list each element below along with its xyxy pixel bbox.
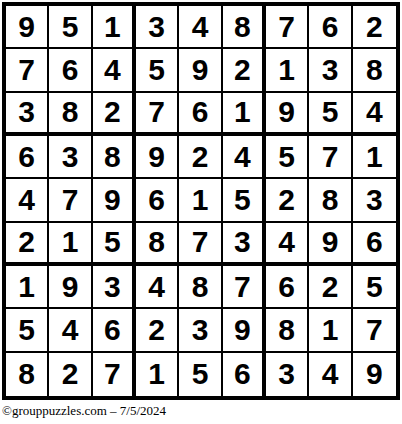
sudoku-cell-r3c6[interactable]: 1 [223,93,266,136]
sudoku-cell-r7c5[interactable]: 8 [179,266,222,309]
sudoku-cell-r4c5[interactable]: 2 [179,136,222,179]
sudoku-cell-r1c7[interactable]: 7 [266,6,309,49]
sudoku-cell-r9c4[interactable]: 1 [136,353,179,396]
sudoku-cell-r1c8[interactable]: 6 [309,6,352,49]
sudoku-cell-r2c6[interactable]: 2 [223,49,266,92]
sudoku-cell-r4c8[interactable]: 7 [309,136,352,179]
sudoku-board: 9513487627645921383827619546389245714796… [2,2,400,400]
sudoku-cell-r5c4[interactable]: 6 [136,179,179,222]
sudoku-cell-r4c9[interactable]: 1 [353,136,396,179]
sudoku-cell-r8c6[interactable]: 9 [223,309,266,352]
sudoku-cell-r9c2[interactable]: 2 [49,353,92,396]
sudoku-cell-r3c3[interactable]: 2 [93,93,136,136]
sudoku-cell-r3c2[interactable]: 8 [49,93,92,136]
sudoku-cell-r7c3[interactable]: 3 [93,266,136,309]
sudoku-cell-r9c7[interactable]: 3 [266,353,309,396]
sudoku-cell-r5c1[interactable]: 4 [6,179,49,222]
sudoku-cell-r3c5[interactable]: 6 [179,93,222,136]
sudoku-cell-r4c1[interactable]: 6 [6,136,49,179]
sudoku-cell-r7c7[interactable]: 6 [266,266,309,309]
sudoku-cell-r8c1[interactable]: 5 [6,309,49,352]
sudoku-cell-r9c3[interactable]: 7 [93,353,136,396]
sudoku-cell-r8c4[interactable]: 2 [136,309,179,352]
sudoku-cell-r1c4[interactable]: 3 [136,6,179,49]
sudoku-cell-r1c6[interactable]: 8 [223,6,266,49]
sudoku-cell-r9c6[interactable]: 6 [223,353,266,396]
sudoku-cell-r8c2[interactable]: 4 [49,309,92,352]
sudoku-cell-r1c9[interactable]: 2 [353,6,396,49]
sudoku-cell-r7c6[interactable]: 7 [223,266,266,309]
sudoku-cell-r3c1[interactable]: 3 [6,93,49,136]
sudoku-cell-r2c8[interactable]: 3 [309,49,352,92]
sudoku-cell-r4c6[interactable]: 4 [223,136,266,179]
sudoku-cell-r5c8[interactable]: 8 [309,179,352,222]
sudoku-cell-r1c1[interactable]: 9 [6,6,49,49]
sudoku-cell-r4c7[interactable]: 5 [266,136,309,179]
sudoku-cell-r7c1[interactable]: 1 [6,266,49,309]
sudoku-cell-r1c3[interactable]: 1 [93,6,136,49]
sudoku-cell-r5c5[interactable]: 1 [179,179,222,222]
sudoku-cell-r7c4[interactable]: 4 [136,266,179,309]
sudoku-cell-r8c7[interactable]: 8 [266,309,309,352]
sudoku-cell-r4c4[interactable]: 9 [136,136,179,179]
sudoku-cell-r8c9[interactable]: 7 [353,309,396,352]
sudoku-cell-r7c8[interactable]: 2 [309,266,352,309]
sudoku-cell-r3c4[interactable]: 7 [136,93,179,136]
sudoku-cell-r1c2[interactable]: 5 [49,6,92,49]
sudoku-cell-r3c8[interactable]: 5 [309,93,352,136]
sudoku-cell-r9c1[interactable]: 8 [6,353,49,396]
sudoku-cell-r1c5[interactable]: 4 [179,6,222,49]
sudoku-cell-r3c9[interactable]: 4 [353,93,396,136]
sudoku-cell-r6c4[interactable]: 8 [136,223,179,266]
sudoku-cell-r2c1[interactable]: 7 [6,49,49,92]
sudoku-cell-r5c3[interactable]: 9 [93,179,136,222]
sudoku-cell-r6c7[interactable]: 4 [266,223,309,266]
sudoku-cell-r8c8[interactable]: 1 [309,309,352,352]
sudoku-cell-r9c8[interactable]: 4 [309,353,352,396]
sudoku-cell-r8c3[interactable]: 6 [93,309,136,352]
sudoku-cell-r4c2[interactable]: 3 [49,136,92,179]
sudoku-cell-r6c6[interactable]: 3 [223,223,266,266]
sudoku-cell-r5c2[interactable]: 7 [49,179,92,222]
sudoku-cell-r6c2[interactable]: 1 [49,223,92,266]
sudoku-cell-r6c3[interactable]: 5 [93,223,136,266]
sudoku-cell-r5c9[interactable]: 3 [353,179,396,222]
sudoku-cell-r2c9[interactable]: 8 [353,49,396,92]
sudoku-cell-r8c5[interactable]: 3 [179,309,222,352]
sudoku-cell-r9c9[interactable]: 9 [353,353,396,396]
sudoku-cell-r2c7[interactable]: 1 [266,49,309,92]
sudoku-cell-r7c2[interactable]: 9 [49,266,92,309]
sudoku-cell-r7c9[interactable]: 5 [353,266,396,309]
sudoku-cell-r2c3[interactable]: 4 [93,49,136,92]
sudoku-cell-r4c3[interactable]: 8 [93,136,136,179]
sudoku-cell-r3c7[interactable]: 9 [266,93,309,136]
sudoku-cell-r6c8[interactable]: 9 [309,223,352,266]
copyright-credit: ©grouppuzzles.com – 7/5/2024 [2,403,166,418]
sudoku-cell-r2c5[interactable]: 9 [179,49,222,92]
sudoku-cell-r5c7[interactable]: 2 [266,179,309,222]
sudoku-cell-r9c5[interactable]: 5 [179,353,222,396]
sudoku-cell-r6c5[interactable]: 7 [179,223,222,266]
sudoku-cell-r2c4[interactable]: 5 [136,49,179,92]
sudoku-cell-r2c2[interactable]: 6 [49,49,92,92]
sudoku-cell-r6c9[interactable]: 6 [353,223,396,266]
sudoku-cell-r5c6[interactable]: 5 [223,179,266,222]
sudoku-cell-r6c1[interactable]: 2 [6,223,49,266]
